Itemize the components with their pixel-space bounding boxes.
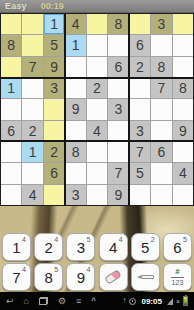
arrow-up-icon: ↑ bbox=[122, 297, 126, 305]
digit-6-button[interactable]: 65 bbox=[163, 233, 192, 261]
cell-r3c5[interactable] bbox=[87, 57, 107, 77]
keypad-row-2: 748594 # 123 bbox=[2, 263, 192, 291]
digit-2-button[interactable]: 24 bbox=[34, 233, 63, 261]
cell-r6c6[interactable] bbox=[108, 121, 128, 141]
cell-r3c8[interactable]: 8 bbox=[151, 57, 171, 77]
cell-r7c5[interactable] bbox=[87, 142, 107, 162]
cell-r2c1[interactable]: 8 bbox=[1, 35, 21, 55]
digit-5-button[interactable]: 52 bbox=[131, 233, 160, 261]
cell-r9c1[interactable] bbox=[1, 185, 21, 205]
cell-r8c6[interactable]: 7 bbox=[108, 163, 128, 183]
cell-r6c3[interactable] bbox=[44, 121, 64, 141]
cell-r5c9[interactable] bbox=[173, 99, 193, 119]
recent-apps-icon[interactable] bbox=[39, 297, 48, 305]
cell-r5c6[interactable]: 3 bbox=[108, 99, 128, 119]
cell-r9c3[interactable] bbox=[44, 185, 64, 205]
background-photo: 142435445265 748594 # 123 bbox=[0, 206, 194, 292]
cell-r2c7[interactable]: 6 bbox=[130, 35, 150, 55]
android-navbar: ↩ ⌂ ⚙ ≡ ^ ↑ 09:05 × bbox=[0, 292, 194, 310]
cell-r5c7[interactable] bbox=[130, 99, 150, 119]
digit-4-button[interactable]: 44 bbox=[99, 233, 128, 261]
cell-r2c6[interactable] bbox=[108, 35, 128, 55]
back-icon[interactable]: ↩ bbox=[6, 297, 14, 306]
cell-r3c7[interactable]: 2 bbox=[130, 57, 150, 77]
cell-r5c5[interactable] bbox=[87, 99, 107, 119]
cell-r4c2[interactable] bbox=[22, 78, 42, 98]
keypad-row-1: 142435445265 bbox=[2, 233, 192, 261]
cell-r7c2[interactable]: 1 bbox=[22, 142, 42, 162]
cell-r9c8[interactable] bbox=[151, 185, 171, 205]
cell-r8c3[interactable]: 6 bbox=[44, 163, 64, 183]
cell-r8c7[interactable]: 5 bbox=[130, 163, 150, 183]
digit-3-button[interactable]: 35 bbox=[66, 233, 95, 261]
cell-r3c9[interactable] bbox=[173, 57, 193, 77]
nav-buttons: ↩ ⌂ ⚙ ≡ ^ bbox=[6, 297, 96, 306]
cell-r7c4[interactable]: 8 bbox=[65, 142, 85, 162]
cell-r2c3[interactable]: 5 bbox=[44, 35, 64, 55]
cell-r4c6[interactable] bbox=[108, 78, 128, 98]
digit-7-button[interactable]: 74 bbox=[2, 263, 31, 291]
digit-9-button[interactable]: 94 bbox=[66, 263, 95, 291]
cell-r3c4[interactable] bbox=[65, 57, 85, 77]
cell-r6c4[interactable] bbox=[65, 121, 85, 141]
digit-8-button[interactable]: 85 bbox=[34, 263, 63, 291]
grid-hash-icon: # bbox=[175, 268, 179, 276]
cell-r2c9[interactable] bbox=[173, 35, 193, 55]
cell-r6c7[interactable]: 3 bbox=[130, 121, 150, 141]
cell-r3c2[interactable]: 7 bbox=[22, 57, 42, 77]
cell-r7c6[interactable] bbox=[108, 142, 128, 162]
cell-r7c7[interactable]: 7 bbox=[130, 142, 150, 162]
cell-r8c9[interactable]: 4 bbox=[173, 163, 193, 183]
cell-r8c4[interactable] bbox=[65, 163, 85, 183]
cell-r7c1[interactable] bbox=[1, 142, 21, 162]
sudoku-board: 1483851679628132789362439128766754439 bbox=[0, 13, 194, 206]
cell-r2c4[interactable]: 1 bbox=[65, 35, 85, 55]
cell-r8c2[interactable] bbox=[22, 163, 42, 183]
screenshot-icon[interactable]: ⚙ bbox=[58, 297, 66, 306]
no-connection-icon: × bbox=[176, 298, 180, 305]
mode-divider bbox=[171, 277, 184, 278]
cell-r6c8[interactable] bbox=[151, 121, 171, 141]
cell-r8c5[interactable] bbox=[87, 163, 107, 183]
cell-r6c5[interactable]: 4 bbox=[87, 121, 107, 141]
cell-r1c2[interactable] bbox=[22, 14, 42, 34]
cell-r5c8[interactable] bbox=[151, 99, 171, 119]
signal-icon bbox=[167, 298, 173, 305]
cell-r1c7[interactable] bbox=[130, 14, 150, 34]
cell-r5c3[interactable] bbox=[44, 99, 64, 119]
cell-r9c9[interactable] bbox=[173, 185, 193, 205]
cell-r5c2[interactable] bbox=[22, 99, 42, 119]
cell-r3c6[interactable]: 6 bbox=[108, 57, 128, 77]
game-timer: 00:19 bbox=[41, 1, 64, 11]
collapse-icon[interactable]: ^ bbox=[91, 297, 96, 305]
cell-r5c1[interactable] bbox=[1, 99, 21, 119]
cell-r4c5[interactable]: 2 bbox=[87, 78, 107, 98]
cell-r4c7[interactable] bbox=[130, 78, 150, 98]
cell-r1c9[interactable] bbox=[173, 14, 193, 34]
cell-r6c1[interactable]: 6 bbox=[1, 121, 21, 141]
battery-icon bbox=[183, 296, 188, 306]
cell-r8c1[interactable] bbox=[1, 163, 21, 183]
pencil-icon bbox=[137, 275, 154, 279]
cell-r7c8[interactable]: 6 bbox=[151, 142, 171, 162]
cell-r4c8[interactable]: 7 bbox=[151, 78, 171, 98]
cell-r1c3[interactable]: 1 bbox=[44, 14, 64, 34]
cell-r6c2[interactable]: 2 bbox=[22, 121, 42, 141]
cell-r4c4[interactable] bbox=[65, 78, 85, 98]
topbar: Easy 00:19 bbox=[0, 0, 194, 13]
cell-r8c8[interactable] bbox=[151, 163, 171, 183]
cell-r3c3[interactable]: 9 bbox=[44, 57, 64, 77]
cell-r3c1[interactable] bbox=[1, 57, 21, 77]
cell-r1c4[interactable]: 4 bbox=[65, 14, 85, 34]
status-time: 09:05 bbox=[141, 297, 161, 306]
sudoku-app: Easy 00:19 14838516796281327893624391287… bbox=[0, 0, 194, 310]
input-mode-button[interactable]: # 123 bbox=[163, 263, 192, 291]
eraser-icon bbox=[104, 269, 122, 284]
home-icon[interactable]: ⌂ bbox=[24, 297, 29, 306]
cell-r1c5[interactable] bbox=[87, 14, 107, 34]
cell-r2c8[interactable] bbox=[151, 35, 171, 55]
status-cluster: ↑ 09:05 × bbox=[122, 296, 188, 306]
cell-r9c2[interactable]: 4 bbox=[22, 185, 42, 205]
cell-r7c9[interactable] bbox=[173, 142, 193, 162]
cell-r4c3[interactable]: 3 bbox=[44, 78, 64, 98]
cell-r1c6[interactable]: 8 bbox=[108, 14, 128, 34]
pencil-notes-button[interactable] bbox=[131, 263, 160, 291]
cell-r9c5[interactable] bbox=[87, 185, 107, 205]
cell-r4c9[interactable]: 8 bbox=[173, 78, 193, 98]
digit-1-button[interactable]: 14 bbox=[2, 233, 31, 261]
difficulty-label: Easy bbox=[5, 1, 27, 11]
cell-r9c7[interactable] bbox=[130, 185, 150, 205]
cell-r9c6[interactable]: 9 bbox=[108, 185, 128, 205]
cell-r2c5[interactable] bbox=[87, 35, 107, 55]
cell-r9c4[interactable]: 3 bbox=[65, 185, 85, 205]
alarm-icon bbox=[129, 298, 136, 305]
cell-r4c1[interactable]: 1 bbox=[1, 78, 21, 98]
cell-r7c3[interactable]: 2 bbox=[44, 142, 64, 162]
eraser-button[interactable] bbox=[99, 263, 128, 291]
mode-123-label: 123 bbox=[172, 279, 184, 286]
cell-r1c8[interactable]: 3 bbox=[151, 14, 171, 34]
cell-r6c9[interactable]: 9 bbox=[173, 121, 193, 141]
cell-r5c4[interactable]: 9 bbox=[65, 99, 85, 119]
cell-r2c2[interactable] bbox=[22, 35, 42, 55]
menu-icon[interactable]: ≡ bbox=[76, 297, 81, 306]
cell-r1c1[interactable] bbox=[1, 14, 21, 34]
